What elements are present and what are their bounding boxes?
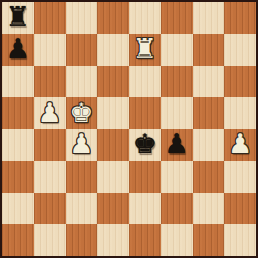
square-h2[interactable] <box>224 193 256 225</box>
square-f2[interactable] <box>161 193 193 225</box>
square-f6[interactable] <box>161 66 193 98</box>
square-a5[interactable] <box>2 97 34 129</box>
square-b4[interactable] <box>34 129 66 161</box>
square-h8[interactable] <box>224 2 256 34</box>
black-pawn[interactable]: ♟ <box>165 130 189 159</box>
square-e8[interactable] <box>129 2 161 34</box>
square-d2[interactable] <box>97 193 129 225</box>
square-e1[interactable] <box>129 224 161 256</box>
square-d7[interactable] <box>97 34 129 66</box>
square-e4[interactable]: ♚ <box>129 129 161 161</box>
square-c4[interactable]: ♟ <box>66 129 98 161</box>
square-h4[interactable]: ♟ <box>224 129 256 161</box>
square-e6[interactable] <box>129 66 161 98</box>
square-g1[interactable] <box>193 224 225 256</box>
square-c7[interactable] <box>66 34 98 66</box>
square-c5[interactable]: ♚ <box>66 97 98 129</box>
square-a7[interactable]: ♟ <box>2 34 34 66</box>
white-pawn[interactable]: ♟ <box>228 130 252 159</box>
square-d3[interactable] <box>97 161 129 193</box>
chess-board-frame: ♜♟♜♟♚♟♚♟♟ <box>0 0 258 258</box>
chess-board: ♜♟♜♟♚♟♚♟♟ <box>2 2 256 256</box>
square-h5[interactable] <box>224 97 256 129</box>
square-h6[interactable] <box>224 66 256 98</box>
square-d1[interactable] <box>97 224 129 256</box>
square-f8[interactable] <box>161 2 193 34</box>
black-rook[interactable]: ♜ <box>6 3 30 32</box>
square-g3[interactable] <box>193 161 225 193</box>
square-g4[interactable] <box>193 129 225 161</box>
square-b8[interactable] <box>34 2 66 34</box>
square-a6[interactable] <box>2 66 34 98</box>
square-b2[interactable] <box>34 193 66 225</box>
square-c6[interactable] <box>66 66 98 98</box>
square-b7[interactable] <box>34 34 66 66</box>
square-a2[interactable] <box>2 193 34 225</box>
square-g7[interactable] <box>193 34 225 66</box>
square-c3[interactable] <box>66 161 98 193</box>
square-a1[interactable] <box>2 224 34 256</box>
square-b5[interactable]: ♟ <box>34 97 66 129</box>
square-e7[interactable]: ♜ <box>129 34 161 66</box>
square-f3[interactable] <box>161 161 193 193</box>
square-b1[interactable] <box>34 224 66 256</box>
square-f7[interactable] <box>161 34 193 66</box>
square-d8[interactable] <box>97 2 129 34</box>
black-pawn[interactable]: ♟ <box>6 35 30 64</box>
white-pawn[interactable]: ♟ <box>38 99 62 128</box>
square-e3[interactable] <box>129 161 161 193</box>
square-g8[interactable] <box>193 2 225 34</box>
square-b3[interactable] <box>34 161 66 193</box>
white-pawn[interactable]: ♟ <box>69 130 93 159</box>
square-c1[interactable] <box>66 224 98 256</box>
square-f1[interactable] <box>161 224 193 256</box>
square-a3[interactable] <box>2 161 34 193</box>
square-c8[interactable] <box>66 2 98 34</box>
square-h1[interactable] <box>224 224 256 256</box>
square-a8[interactable]: ♜ <box>2 2 34 34</box>
square-g6[interactable] <box>193 66 225 98</box>
square-b6[interactable] <box>34 66 66 98</box>
white-king[interactable]: ♚ <box>69 99 93 128</box>
square-f5[interactable] <box>161 97 193 129</box>
square-h3[interactable] <box>224 161 256 193</box>
square-a4[interactable] <box>2 129 34 161</box>
square-h7[interactable] <box>224 34 256 66</box>
square-d4[interactable] <box>97 129 129 161</box>
square-f4[interactable]: ♟ <box>161 129 193 161</box>
square-e2[interactable] <box>129 193 161 225</box>
square-d5[interactable] <box>97 97 129 129</box>
square-e5[interactable] <box>129 97 161 129</box>
square-c2[interactable] <box>66 193 98 225</box>
square-d6[interactable] <box>97 66 129 98</box>
white-rook[interactable]: ♜ <box>133 35 157 64</box>
black-king[interactable]: ♚ <box>133 130 157 159</box>
square-g2[interactable] <box>193 193 225 225</box>
square-g5[interactable] <box>193 97 225 129</box>
